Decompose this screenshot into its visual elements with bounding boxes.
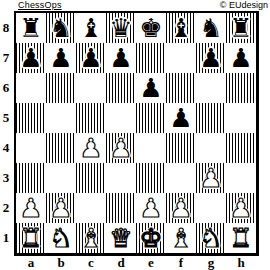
square-c4[interactable]: ♟ — [76, 133, 106, 163]
black-bishop-icon: ♝ — [79, 13, 102, 43]
square-h4[interactable] — [226, 133, 256, 163]
square-h8[interactable]: ♜ — [226, 13, 256, 43]
white-pawn-icon: ♟ — [79, 133, 102, 163]
rank-label-4: 4 — [0, 133, 12, 163]
square-c1[interactable]: ♝ — [76, 223, 106, 253]
square-b2[interactable]: ♟ — [46, 193, 76, 223]
white-bishop-icon: ♝ — [169, 223, 192, 253]
square-b4[interactable] — [46, 133, 76, 163]
white-queen-icon: ♛ — [109, 223, 132, 253]
black-queen-icon: ♛ — [109, 13, 132, 43]
white-pawn-icon: ♟ — [169, 193, 192, 223]
square-h5[interactable] — [226, 103, 256, 133]
square-b1[interactable]: ♞ — [46, 223, 76, 253]
square-b7[interactable]: ♟ — [46, 43, 76, 73]
square-d1[interactable]: ♛ — [106, 223, 136, 253]
rank-label-5: 5 — [0, 103, 12, 133]
square-c5[interactable] — [76, 103, 106, 133]
black-pawn-icon: ♟ — [19, 43, 42, 73]
black-pawn-icon: ♟ — [49, 43, 72, 73]
square-a2[interactable]: ♟ — [16, 193, 46, 223]
square-e6[interactable]: ♟ — [136, 73, 166, 103]
square-e5[interactable] — [136, 103, 166, 133]
square-g1[interactable]: ♞ — [196, 223, 226, 253]
rank-label-7: 7 — [0, 43, 12, 73]
file-label-a: a — [16, 256, 46, 270]
square-f7[interactable] — [166, 43, 196, 73]
square-f2[interactable]: ♟ — [166, 193, 196, 223]
black-pawn-icon: ♟ — [139, 73, 162, 103]
square-b5[interactable] — [46, 103, 76, 133]
black-rook-icon: ♜ — [229, 13, 252, 43]
white-king-icon: ♚ — [139, 223, 162, 253]
square-a4[interactable] — [16, 133, 46, 163]
white-knight-icon: ♞ — [199, 223, 222, 253]
copyright-text: © EUdesign — [220, 0, 268, 11]
black-pawn-icon: ♟ — [79, 43, 102, 73]
black-knight-icon: ♞ — [199, 13, 222, 43]
black-pawn-icon: ♟ — [109, 43, 132, 73]
square-b6[interactable] — [46, 73, 76, 103]
black-pawn-icon: ♟ — [199, 43, 222, 73]
square-h1[interactable]: ♜ — [226, 223, 256, 253]
chessops-title-link[interactable]: ChessOps — [18, 0, 62, 11]
white-pawn-icon: ♟ — [109, 133, 132, 163]
white-knight-icon: ♞ — [49, 223, 72, 253]
square-a7[interactable]: ♟ — [16, 43, 46, 73]
file-label-g: g — [196, 256, 226, 270]
square-f4[interactable] — [166, 133, 196, 163]
white-pawn-icon: ♟ — [139, 193, 162, 223]
square-b3[interactable] — [46, 163, 76, 193]
black-rook-icon: ♜ — [19, 13, 42, 43]
file-label-e: e — [136, 256, 166, 270]
square-e1[interactable]: ♚ — [136, 223, 166, 253]
square-g3[interactable]: ♟ — [196, 163, 226, 193]
square-d3[interactable] — [106, 163, 136, 193]
square-c6[interactable] — [76, 73, 106, 103]
rank-label-3: 3 — [0, 163, 12, 193]
white-bishop-icon: ♝ — [79, 223, 102, 253]
square-e4[interactable] — [136, 133, 166, 163]
square-g2[interactable] — [196, 193, 226, 223]
square-h7[interactable]: ♟ — [226, 43, 256, 73]
square-c8[interactable]: ♝ — [76, 13, 106, 43]
square-d7[interactable]: ♟ — [106, 43, 136, 73]
square-a5[interactable] — [16, 103, 46, 133]
square-b8[interactable]: ♞ — [46, 13, 76, 43]
white-pawn-icon: ♟ — [49, 193, 72, 223]
square-e7[interactable] — [136, 43, 166, 73]
rank-label-6: 6 — [0, 73, 12, 103]
square-g8[interactable]: ♞ — [196, 13, 226, 43]
black-knight-icon: ♞ — [49, 13, 72, 43]
square-a8[interactable]: ♜ — [16, 13, 46, 43]
square-f3[interactable] — [166, 163, 196, 193]
square-d5[interactable] — [106, 103, 136, 133]
square-h2[interactable]: ♟ — [226, 193, 256, 223]
chess-board: ♜♞♝♛♚♝♞♜♟♟♟♟♟♟♟♟♟♟♟♟♟♟♟♟♜♞♝♛♚♝♞♜ — [14, 11, 259, 256]
square-f6[interactable] — [166, 73, 196, 103]
square-f5[interactable]: ♟ — [166, 103, 196, 133]
square-a6[interactable] — [16, 73, 46, 103]
chess-diagram-page: ChessOps © EUdesign ♜♞♝♛♚♝♞♜♟♟♟♟♟♟♟♟♟♟♟♟… — [0, 0, 270, 270]
square-e8[interactable]: ♚ — [136, 13, 166, 43]
square-d2[interactable] — [106, 193, 136, 223]
white-rook-icon: ♜ — [19, 223, 42, 253]
black-pawn-icon: ♟ — [169, 103, 192, 133]
rank-label-2: 2 — [0, 193, 12, 223]
black-bishop-icon: ♝ — [169, 13, 192, 43]
square-f1[interactable]: ♝ — [166, 223, 196, 253]
file-label-h: h — [226, 256, 256, 270]
white-rook-icon: ♜ — [229, 223, 252, 253]
file-label-b: b — [46, 256, 76, 270]
square-f8[interactable]: ♝ — [166, 13, 196, 43]
black-pawn-icon: ♟ — [229, 43, 252, 73]
square-c2[interactable] — [76, 193, 106, 223]
white-pawn-icon: ♟ — [199, 163, 222, 193]
file-label-f: f — [166, 256, 196, 270]
rank-label-1: 1 — [0, 223, 12, 253]
square-a1[interactable]: ♜ — [16, 223, 46, 253]
square-a3[interactable] — [16, 163, 46, 193]
square-d4[interactable]: ♟ — [106, 133, 136, 163]
square-g7[interactable]: ♟ — [196, 43, 226, 73]
black-king-icon: ♚ — [139, 13, 162, 43]
square-d6[interactable] — [106, 73, 136, 103]
white-pawn-icon: ♟ — [19, 193, 42, 223]
square-h3[interactable] — [226, 163, 256, 193]
square-g6[interactable] — [196, 73, 226, 103]
rank-label-8: 8 — [0, 13, 12, 43]
file-label-d: d — [106, 256, 136, 270]
square-c3[interactable] — [76, 163, 106, 193]
square-c7[interactable]: ♟ — [76, 43, 106, 73]
square-e3[interactable] — [136, 163, 166, 193]
square-d8[interactable]: ♛ — [106, 13, 136, 43]
square-h6[interactable] — [226, 73, 256, 103]
file-label-c: c — [76, 256, 106, 270]
square-g5[interactable] — [196, 103, 226, 133]
square-e2[interactable]: ♟ — [136, 193, 166, 223]
white-pawn-icon: ♟ — [229, 193, 252, 223]
square-g4[interactable] — [196, 133, 226, 163]
